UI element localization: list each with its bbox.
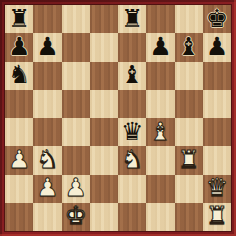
square-d3[interactable] (90, 146, 118, 174)
piece-black-knight[interactable]: ♞ (8, 62, 30, 87)
piece-white-rook[interactable]: ♜ (177, 147, 199, 172)
square-d1[interactable] (90, 203, 118, 231)
chess-board: ♜♜♚♟♟♟♝♟♞♝♛♝♟♞♞♜♟♟♛♚♜ (5, 5, 231, 231)
square-d4[interactable] (90, 118, 118, 146)
piece-white-knight[interactable]: ♞ (121, 147, 143, 172)
piece-black-rook[interactable]: ♜ (8, 6, 30, 31)
square-e6[interactable]: ♝ (118, 62, 146, 90)
square-h5[interactable] (203, 90, 231, 118)
piece-black-bishop[interactable]: ♝ (121, 62, 143, 87)
square-h4[interactable] (203, 118, 231, 146)
square-f7[interactable]: ♟ (146, 33, 174, 61)
square-f1[interactable] (146, 203, 174, 231)
square-a3[interactable]: ♟ (5, 146, 33, 174)
square-c2[interactable]: ♟ (62, 175, 90, 203)
square-f5[interactable] (146, 90, 174, 118)
chess-board-frame: ♜♜♚♟♟♟♝♟♞♝♛♝♟♞♞♜♟♟♛♚♜ (0, 0, 236, 236)
square-f8[interactable] (146, 5, 174, 33)
piece-black-pawn[interactable]: ♟ (206, 34, 228, 59)
square-b1[interactable] (33, 203, 61, 231)
square-e2[interactable] (118, 175, 146, 203)
square-c3[interactable] (62, 146, 90, 174)
square-g4[interactable] (175, 118, 203, 146)
piece-black-king[interactable]: ♚ (206, 6, 228, 31)
square-e8[interactable]: ♜ (118, 5, 146, 33)
square-e5[interactable] (118, 90, 146, 118)
square-g8[interactable] (175, 5, 203, 33)
square-h7[interactable]: ♟ (203, 33, 231, 61)
square-f2[interactable] (146, 175, 174, 203)
square-a5[interactable] (5, 90, 33, 118)
square-b2[interactable]: ♟ (33, 175, 61, 203)
square-h6[interactable] (203, 62, 231, 90)
square-c4[interactable] (62, 118, 90, 146)
square-h2[interactable]: ♛ (203, 175, 231, 203)
square-g5[interactable] (175, 90, 203, 118)
square-c6[interactable] (62, 62, 90, 90)
square-f3[interactable] (146, 146, 174, 174)
square-g6[interactable] (175, 62, 203, 90)
square-g3[interactable]: ♜ (175, 146, 203, 174)
piece-white-knight[interactable]: ♞ (36, 147, 58, 172)
square-b4[interactable] (33, 118, 61, 146)
square-d8[interactable] (90, 5, 118, 33)
square-h3[interactable] (203, 146, 231, 174)
piece-white-queen[interactable]: ♛ (206, 175, 228, 200)
piece-white-pawn[interactable]: ♟ (36, 175, 58, 200)
square-d5[interactable] (90, 90, 118, 118)
piece-black-queen[interactable]: ♛ (121, 119, 143, 144)
square-f4[interactable]: ♝ (146, 118, 174, 146)
square-g7[interactable]: ♝ (175, 33, 203, 61)
piece-black-pawn[interactable]: ♟ (8, 34, 30, 59)
square-e7[interactable] (118, 33, 146, 61)
piece-black-pawn[interactable]: ♟ (36, 34, 58, 59)
square-a1[interactable] (5, 203, 33, 231)
square-a8[interactable]: ♜ (5, 5, 33, 33)
piece-black-rook[interactable]: ♜ (121, 6, 143, 31)
piece-white-pawn[interactable]: ♟ (64, 175, 86, 200)
square-d2[interactable] (90, 175, 118, 203)
piece-white-rook[interactable]: ♜ (206, 203, 228, 228)
square-a4[interactable] (5, 118, 33, 146)
square-b3[interactable]: ♞ (33, 146, 61, 174)
square-c8[interactable] (62, 5, 90, 33)
piece-white-bishop[interactable]: ♝ (149, 119, 171, 144)
square-b7[interactable]: ♟ (33, 33, 61, 61)
piece-black-bishop[interactable]: ♝ (177, 34, 199, 59)
square-c5[interactable] (62, 90, 90, 118)
square-d6[interactable] (90, 62, 118, 90)
square-h8[interactable]: ♚ (203, 5, 231, 33)
square-e1[interactable] (118, 203, 146, 231)
piece-white-king[interactable]: ♚ (64, 203, 86, 228)
square-c1[interactable]: ♚ (62, 203, 90, 231)
piece-black-pawn[interactable]: ♟ (149, 34, 171, 59)
square-d7[interactable] (90, 33, 118, 61)
square-c7[interactable] (62, 33, 90, 61)
square-b5[interactable] (33, 90, 61, 118)
square-b8[interactable] (33, 5, 61, 33)
square-g1[interactable] (175, 203, 203, 231)
square-h1[interactable]: ♜ (203, 203, 231, 231)
square-g2[interactable] (175, 175, 203, 203)
square-b6[interactable] (33, 62, 61, 90)
square-a6[interactable]: ♞ (5, 62, 33, 90)
square-f6[interactable] (146, 62, 174, 90)
square-a2[interactable] (5, 175, 33, 203)
piece-white-pawn[interactable]: ♟ (8, 147, 30, 172)
square-e4[interactable]: ♛ (118, 118, 146, 146)
square-e3[interactable]: ♞ (118, 146, 146, 174)
square-a7[interactable]: ♟ (5, 33, 33, 61)
